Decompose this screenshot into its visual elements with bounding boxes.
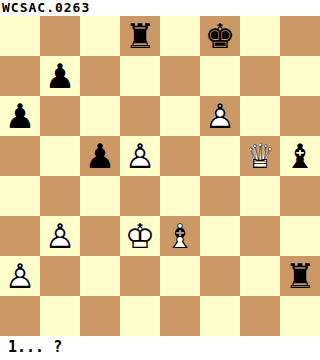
- square-e1[interactable]: [160, 296, 200, 336]
- square-h1[interactable]: [280, 296, 320, 336]
- black-rook-piece: ♜: [280, 256, 320, 296]
- square-b5[interactable]: [40, 136, 80, 176]
- square-d3[interactable]: ♚♔: [120, 216, 160, 256]
- square-c2[interactable]: [80, 256, 120, 296]
- chess-board: ♜♚♟♟♟♙♟♟♙♛♕♝♟♙♚♔♝♗♟♙♜: [0, 16, 320, 336]
- square-g4[interactable]: [240, 176, 280, 216]
- white-pawn-fill: ♟: [200, 96, 240, 136]
- black-bishop-piece: ♝: [280, 136, 320, 176]
- square-b2[interactable]: [40, 256, 80, 296]
- black-king-piece: ♚: [200, 16, 240, 56]
- square-h4[interactable]: [280, 176, 320, 216]
- square-c5[interactable]: ♟: [80, 136, 120, 176]
- white-pawn-piece: ♙: [40, 216, 80, 256]
- square-g3[interactable]: [240, 216, 280, 256]
- white-pawn-piece: ♙: [200, 96, 240, 136]
- square-f8[interactable]: ♚: [200, 16, 240, 56]
- square-b1[interactable]: [40, 296, 80, 336]
- black-pawn-piece: ♟: [80, 136, 120, 176]
- square-d2[interactable]: [120, 256, 160, 296]
- square-g6[interactable]: [240, 96, 280, 136]
- square-b6[interactable]: [40, 96, 80, 136]
- square-c3[interactable]: [80, 216, 120, 256]
- square-e8[interactable]: [160, 16, 200, 56]
- square-e5[interactable]: [160, 136, 200, 176]
- square-b8[interactable]: [40, 16, 80, 56]
- white-pawn-fill: ♟: [0, 256, 40, 296]
- white-queen-piece: ♕: [240, 136, 280, 176]
- square-d5[interactable]: ♟♙: [120, 136, 160, 176]
- square-a3[interactable]: [0, 216, 40, 256]
- white-bishop-piece: ♗: [160, 216, 200, 256]
- square-f4[interactable]: [200, 176, 240, 216]
- square-d8[interactable]: ♜: [120, 16, 160, 56]
- black-rook-piece: ♜: [120, 16, 160, 56]
- white-pawn-piece: ♙: [120, 136, 160, 176]
- square-a2[interactable]: ♟♙: [0, 256, 40, 296]
- square-f7[interactable]: [200, 56, 240, 96]
- square-g8[interactable]: [240, 16, 280, 56]
- square-e6[interactable]: [160, 96, 200, 136]
- square-g7[interactable]: [240, 56, 280, 96]
- puzzle-id: WCSAC.0263: [0, 0, 320, 16]
- square-e4[interactable]: [160, 176, 200, 216]
- square-a8[interactable]: [0, 16, 40, 56]
- square-d7[interactable]: [120, 56, 160, 96]
- square-a5[interactable]: [0, 136, 40, 176]
- square-a6[interactable]: ♟: [0, 96, 40, 136]
- square-e2[interactable]: [160, 256, 200, 296]
- square-f1[interactable]: [200, 296, 240, 336]
- square-g1[interactable]: [240, 296, 280, 336]
- white-king-piece: ♔: [120, 216, 160, 256]
- square-g5[interactable]: ♛♕: [240, 136, 280, 176]
- square-c4[interactable]: [80, 176, 120, 216]
- square-d6[interactable]: [120, 96, 160, 136]
- square-f6[interactable]: ♟♙: [200, 96, 240, 136]
- square-d1[interactable]: [120, 296, 160, 336]
- black-pawn-piece: ♟: [0, 96, 40, 136]
- square-b7[interactable]: ♟: [40, 56, 80, 96]
- move-prompt: 1... ?: [0, 336, 320, 360]
- square-a7[interactable]: [0, 56, 40, 96]
- square-b3[interactable]: ♟♙: [40, 216, 80, 256]
- white-bishop-fill: ♝: [160, 216, 200, 256]
- square-h5[interactable]: ♝: [280, 136, 320, 176]
- square-f2[interactable]: [200, 256, 240, 296]
- white-king-fill: ♚: [120, 216, 160, 256]
- square-c1[interactable]: [80, 296, 120, 336]
- square-h3[interactable]: [280, 216, 320, 256]
- white-pawn-fill: ♟: [120, 136, 160, 176]
- square-f3[interactable]: [200, 216, 240, 256]
- square-h8[interactable]: [280, 16, 320, 56]
- square-h6[interactable]: [280, 96, 320, 136]
- square-h7[interactable]: [280, 56, 320, 96]
- square-f5[interactable]: [200, 136, 240, 176]
- square-a1[interactable]: [0, 296, 40, 336]
- white-queen-fill: ♛: [240, 136, 280, 176]
- square-e7[interactable]: [160, 56, 200, 96]
- square-c6[interactable]: [80, 96, 120, 136]
- square-c7[interactable]: [80, 56, 120, 96]
- white-pawn-fill: ♟: [40, 216, 80, 256]
- square-a4[interactable]: [0, 176, 40, 216]
- square-g2[interactable]: [240, 256, 280, 296]
- square-c8[interactable]: [80, 16, 120, 56]
- square-e3[interactable]: ♝♗: [160, 216, 200, 256]
- white-pawn-piece: ♙: [0, 256, 40, 296]
- black-pawn-piece: ♟: [40, 56, 80, 96]
- chess-puzzle-diagram: WCSAC.0263 ♜♚♟♟♟♙♟♟♙♛♕♝♟♙♚♔♝♗♟♙♜ 1... ?: [0, 0, 320, 360]
- square-b4[interactable]: [40, 176, 80, 216]
- square-d4[interactable]: [120, 176, 160, 216]
- square-h2[interactable]: ♜: [280, 256, 320, 296]
